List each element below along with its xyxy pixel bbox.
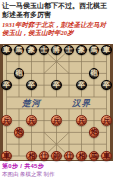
piece-black-elephant: 象 bbox=[26, 45, 37, 56]
piece-red-cannon: 炮 bbox=[89, 127, 100, 138]
piece-black-general: 將 bbox=[51, 45, 62, 56]
board-grid bbox=[3, 45, 110, 160]
credit-line: 本图由 象棋之家 制作 bbox=[2, 171, 55, 178]
xiangqi-board: 楚河 汉界 車馬象士將士象馬車砲砲卒卒卒卒卒兵兵兵兵兵炮炮車相仕帥仕相馬車 bbox=[0, 44, 113, 161]
piece-red-chariot: 車 bbox=[101, 151, 112, 162]
step-counter: 第0步 / 共45步 bbox=[2, 163, 44, 170]
piece-red-soldier: 兵 bbox=[1, 115, 12, 126]
piece-black-soldier: 卒 bbox=[101, 80, 112, 91]
piece-black-cannon: 砲 bbox=[14, 68, 25, 79]
piece-red-soldier: 兵 bbox=[51, 115, 62, 126]
piece-red-general: 帥 bbox=[51, 151, 62, 162]
handicap-annotation: 1931年时弈于北京，彭述圣让左马对侯玉山，侯玉山时年20岁 bbox=[0, 19, 113, 36]
piece-red-soldier: 兵 bbox=[26, 115, 37, 126]
piece-red-chariot: 車 bbox=[1, 151, 12, 162]
piece-black-chariot: 車 bbox=[1, 45, 12, 56]
piece-red-soldier: 兵 bbox=[76, 115, 87, 126]
piece-red-soldier: 兵 bbox=[101, 115, 112, 126]
piece-black-cannon: 砲 bbox=[89, 68, 100, 79]
piece-red-elephant: 相 bbox=[26, 151, 37, 162]
piece-black-elephant: 象 bbox=[76, 45, 87, 56]
piece-red-cannon: 炮 bbox=[14, 127, 25, 138]
page-title: 让一马侯玉山都下不过。西北棋王彭述圣有多厉害 bbox=[0, 0, 113, 19]
piece-black-chariot: 車 bbox=[101, 45, 112, 56]
piece-red-elephant: 相 bbox=[76, 151, 87, 162]
